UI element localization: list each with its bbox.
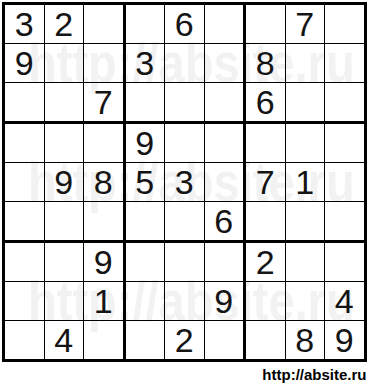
cell-r2c6 — [205, 44, 247, 83]
cell-r3c8 — [286, 83, 326, 124]
cell-r3c7: 6 — [246, 83, 286, 124]
cell-r5c2: 9 — [45, 163, 85, 202]
cell-r8c5 — [165, 282, 205, 321]
cell-r1c1: 3 — [5, 5, 45, 44]
cell-r4c4: 9 — [126, 124, 166, 163]
cell-r3c6 — [205, 83, 247, 124]
cell-r2c4: 3 — [126, 44, 166, 83]
cell-r4c6 — [205, 124, 247, 163]
cell-r6c8 — [286, 202, 326, 243]
cell-r3c4 — [126, 83, 166, 124]
cell-r2c7: 8 — [246, 44, 286, 83]
cell-r2c5 — [165, 44, 205, 83]
board-container: http://absite.ru http://absite.ru http:/… — [2, 2, 367, 362]
cell-r3c3: 7 — [84, 83, 126, 124]
cell-r4c2 — [45, 124, 85, 163]
cell-r9c2: 4 — [45, 321, 85, 359]
sudoku-puzzle-image: http://absite.ru http://absite.ru http:/… — [0, 2, 369, 384]
cell-r7c5 — [165, 243, 205, 282]
cell-r3c5 — [165, 83, 205, 124]
sudoku-board: 32679387699853716921944289 — [2, 2, 367, 362]
cell-r6c5 — [165, 202, 205, 243]
cell-r4c8 — [286, 124, 326, 163]
cell-r7c7: 2 — [246, 243, 286, 282]
cell-r1c8: 7 — [286, 5, 326, 44]
cell-r4c7 — [246, 124, 286, 163]
cell-r1c9 — [325, 5, 364, 44]
cell-r6c9 — [325, 202, 364, 243]
cell-r8c8 — [286, 282, 326, 321]
cell-r7c9 — [325, 243, 364, 282]
cell-r6c3 — [84, 202, 126, 243]
cell-r5c4: 5 — [126, 163, 166, 202]
cell-r6c6: 6 — [205, 202, 247, 243]
cell-r5c9 — [325, 163, 364, 202]
cell-r9c1 — [5, 321, 45, 359]
footer-url: http://absite.ru — [2, 367, 367, 383]
cell-r5c3: 8 — [84, 163, 126, 202]
cell-r4c3 — [84, 124, 126, 163]
cell-r1c6 — [205, 5, 247, 44]
cell-r9c7 — [246, 321, 286, 359]
cell-r6c7 — [246, 202, 286, 243]
cell-r1c7 — [246, 5, 286, 44]
cell-r7c2 — [45, 243, 85, 282]
cell-r5c8: 1 — [286, 163, 326, 202]
cell-r9c4 — [126, 321, 166, 359]
cell-r8c6: 9 — [205, 282, 247, 321]
cell-r3c1 — [5, 83, 45, 124]
cell-r8c1 — [5, 282, 45, 321]
cell-r9c9: 9 — [325, 321, 364, 359]
cell-r2c8 — [286, 44, 326, 83]
cell-r7c6 — [205, 243, 247, 282]
cell-r9c5: 2 — [165, 321, 205, 359]
cell-r5c6 — [205, 163, 247, 202]
cell-r6c1 — [5, 202, 45, 243]
cell-r9c3 — [84, 321, 126, 359]
cell-r7c4 — [126, 243, 166, 282]
cell-r3c2 — [45, 83, 85, 124]
cell-r9c8: 8 — [286, 321, 326, 359]
cell-r5c1 — [5, 163, 45, 202]
cell-r2c3 — [84, 44, 126, 83]
cell-r7c3: 9 — [84, 243, 126, 282]
cell-r4c1 — [5, 124, 45, 163]
cell-r1c4 — [126, 5, 166, 44]
cell-r1c5: 6 — [165, 5, 205, 44]
cell-r2c2 — [45, 44, 85, 83]
cell-r8c9: 4 — [325, 282, 364, 321]
cell-r9c6 — [205, 321, 247, 359]
cell-r6c4 — [126, 202, 166, 243]
cell-r1c3 — [84, 5, 126, 44]
cell-r8c2 — [45, 282, 85, 321]
cell-r7c1 — [5, 243, 45, 282]
cell-r3c9 — [325, 83, 364, 124]
cell-r7c8 — [286, 243, 326, 282]
cell-r8c7 — [246, 282, 286, 321]
cell-r5c7: 7 — [246, 163, 286, 202]
cell-r5c5: 3 — [165, 163, 205, 202]
cell-r8c3: 1 — [84, 282, 126, 321]
cell-r1c2: 2 — [45, 5, 85, 44]
cell-r2c9 — [325, 44, 364, 83]
cell-r8c4 — [126, 282, 166, 321]
cell-r4c5 — [165, 124, 205, 163]
cell-r2c1: 9 — [5, 44, 45, 83]
cell-r6c2 — [45, 202, 85, 243]
cell-r4c9 — [325, 124, 364, 163]
